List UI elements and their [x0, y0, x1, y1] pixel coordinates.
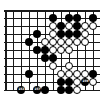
black-stone: 159: [81, 78, 89, 86]
white-stone: [57, 38, 65, 46]
move-number-label: 153: [18, 88, 24, 91]
black-stone: [57, 86, 65, 94]
white-stone: [81, 30, 89, 38]
white-stone: [57, 46, 65, 54]
move-number-label: 159: [82, 80, 88, 83]
white-stone: [73, 86, 81, 94]
black-stone: [25, 38, 33, 46]
black-stone: [41, 86, 49, 94]
grid-vline: [5, 10, 7, 91]
black-stone: [73, 22, 81, 30]
white-stone: [65, 22, 73, 30]
white-stone: [65, 46, 73, 54]
black-stone: [73, 14, 81, 22]
black-stone: [33, 30, 41, 38]
white-stone: [81, 38, 89, 46]
black-stone: [41, 46, 49, 54]
black-stone: [57, 78, 65, 86]
black-stone: 153: [17, 86, 25, 94]
white-stone: [49, 30, 57, 38]
black-stone: [65, 86, 73, 94]
black-stone: [49, 54, 57, 62]
black-stone: [65, 78, 73, 86]
white-stone: [49, 46, 57, 54]
white-stone: [81, 22, 89, 30]
black-stone: [65, 14, 73, 22]
white-stone: [81, 70, 89, 78]
white-stone: [89, 22, 97, 30]
white-stone: [73, 38, 81, 46]
black-stone: [89, 14, 97, 22]
grid-vline: [21, 10, 22, 91]
grid-vline: [13, 10, 14, 91]
white-stone: [65, 62, 73, 70]
black-stone: [25, 70, 33, 78]
go-board-diagram: 159153157: [0, 0, 100, 100]
move-number-label: 157: [34, 88, 40, 91]
star-point: [29, 34, 31, 36]
grid-vline: [29, 10, 30, 91]
black-stone: [89, 70, 97, 78]
black-stone: [73, 30, 81, 38]
black-stone: 157: [33, 86, 41, 94]
black-stone: [41, 54, 49, 62]
black-stone: [33, 46, 41, 54]
white-stone: [49, 22, 57, 30]
white-stone: [49, 38, 57, 46]
black-stone: [57, 22, 65, 30]
black-stone: [65, 30, 73, 38]
white-stone: [41, 38, 49, 46]
white-stone: [73, 70, 81, 78]
white-stone: [49, 62, 57, 70]
white-stone: [89, 78, 97, 86]
white-stone: [65, 70, 73, 78]
star-point: [29, 82, 31, 84]
white-stone: [73, 78, 81, 86]
white-stone: [65, 38, 73, 46]
white-stone: [57, 70, 65, 78]
black-stone: [57, 30, 65, 38]
black-stone: [49, 14, 57, 22]
